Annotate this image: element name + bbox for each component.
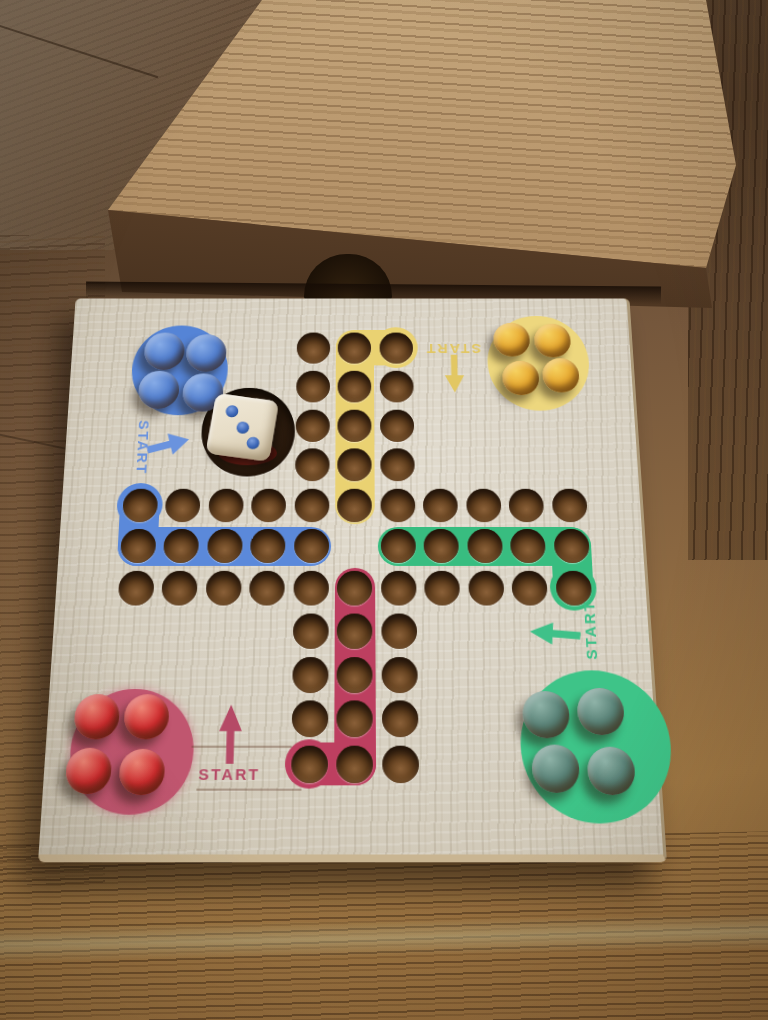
- die-pip-2: [235, 420, 249, 434]
- start-arrow-green-icon: [529, 618, 581, 649]
- hole-r6c3[interactable]: [206, 529, 242, 563]
- hole-r4c7[interactable]: [380, 448, 415, 481]
- start-arrow-yellow-icon: [443, 355, 467, 393]
- hole-r8c6[interactable]: [337, 613, 373, 648]
- die-pip-3: [245, 437, 260, 451]
- scribe-line: [196, 789, 301, 791]
- hole-r7c7[interactable]: [381, 570, 417, 605]
- hole-r5c11[interactable]: [551, 488, 587, 521]
- hole-r10c7[interactable]: [381, 700, 418, 737]
- hole-r5c5[interactable]: [294, 488, 329, 521]
- hole-r5c7[interactable]: [380, 488, 415, 521]
- hole-r7c8[interactable]: [424, 570, 460, 605]
- hole-r6c7[interactable]: [380, 529, 415, 563]
- photo-scene: START START START START: [0, 0, 768, 1020]
- hole-r7c9[interactable]: [468, 570, 504, 605]
- hole-r1c6[interactable]: [338, 332, 371, 363]
- hole-r11c7[interactable]: [382, 745, 419, 782]
- hole-r2c5[interactable]: [296, 370, 330, 402]
- hole-r5c9[interactable]: [466, 488, 502, 521]
- hole-r9c5[interactable]: [292, 657, 328, 693]
- hole-r10c5[interactable]: [291, 700, 328, 737]
- start-arrow-red-icon: [216, 705, 245, 764]
- hole-r7c4[interactable]: [249, 570, 285, 605]
- hole-r5c6[interactable]: [337, 488, 372, 521]
- hole-r1c7[interactable]: [379, 332, 413, 363]
- hole-r4c5[interactable]: [295, 448, 330, 481]
- hole-r4c6[interactable]: [337, 448, 371, 481]
- hole-r5c3[interactable]: [208, 488, 244, 521]
- hole-r3c7[interactable]: [380, 409, 414, 441]
- hole-r5c1[interactable]: [122, 488, 158, 521]
- hole-r6c10[interactable]: [510, 529, 546, 563]
- hole-r3c5[interactable]: [295, 409, 329, 441]
- hole-r2c7[interactable]: [379, 370, 413, 402]
- hole-r3c6[interactable]: [337, 409, 371, 441]
- hole-r7c3[interactable]: [205, 570, 241, 605]
- ludo-board: START START START START: [38, 299, 667, 863]
- hole-r6c9[interactable]: [467, 529, 503, 563]
- hole-r11c6[interactable]: [336, 745, 373, 782]
- die-pip-1: [225, 404, 239, 417]
- hole-r7c6[interactable]: [337, 570, 372, 605]
- peg-yellow-2[interactable]: [534, 324, 572, 358]
- hole-r9c7[interactable]: [381, 657, 417, 693]
- die[interactable]: [205, 393, 279, 462]
- hole-r10c6[interactable]: [336, 700, 372, 737]
- peg-yellow-1[interactable]: [493, 323, 530, 357]
- hole-r5c4[interactable]: [251, 488, 286, 521]
- hole-r7c1[interactable]: [117, 570, 154, 605]
- hole-r8c7[interactable]: [381, 613, 417, 648]
- hole-r2c6[interactable]: [338, 370, 372, 402]
- hole-r5c8[interactable]: [423, 488, 458, 521]
- peg-yellow-4[interactable]: [542, 358, 580, 392]
- hole-r1c5[interactable]: [296, 332, 330, 363]
- hole-r9c6[interactable]: [337, 657, 373, 693]
- start-label-red: START: [187, 764, 271, 786]
- hole-r11c5[interactable]: [291, 745, 328, 782]
- hole-r6c8[interactable]: [423, 529, 459, 563]
- hole-r6c5[interactable]: [293, 529, 328, 563]
- peg-yellow-3[interactable]: [502, 361, 540, 395]
- hole-r8c5[interactable]: [292, 613, 328, 648]
- hole-r7c5[interactable]: [293, 570, 329, 605]
